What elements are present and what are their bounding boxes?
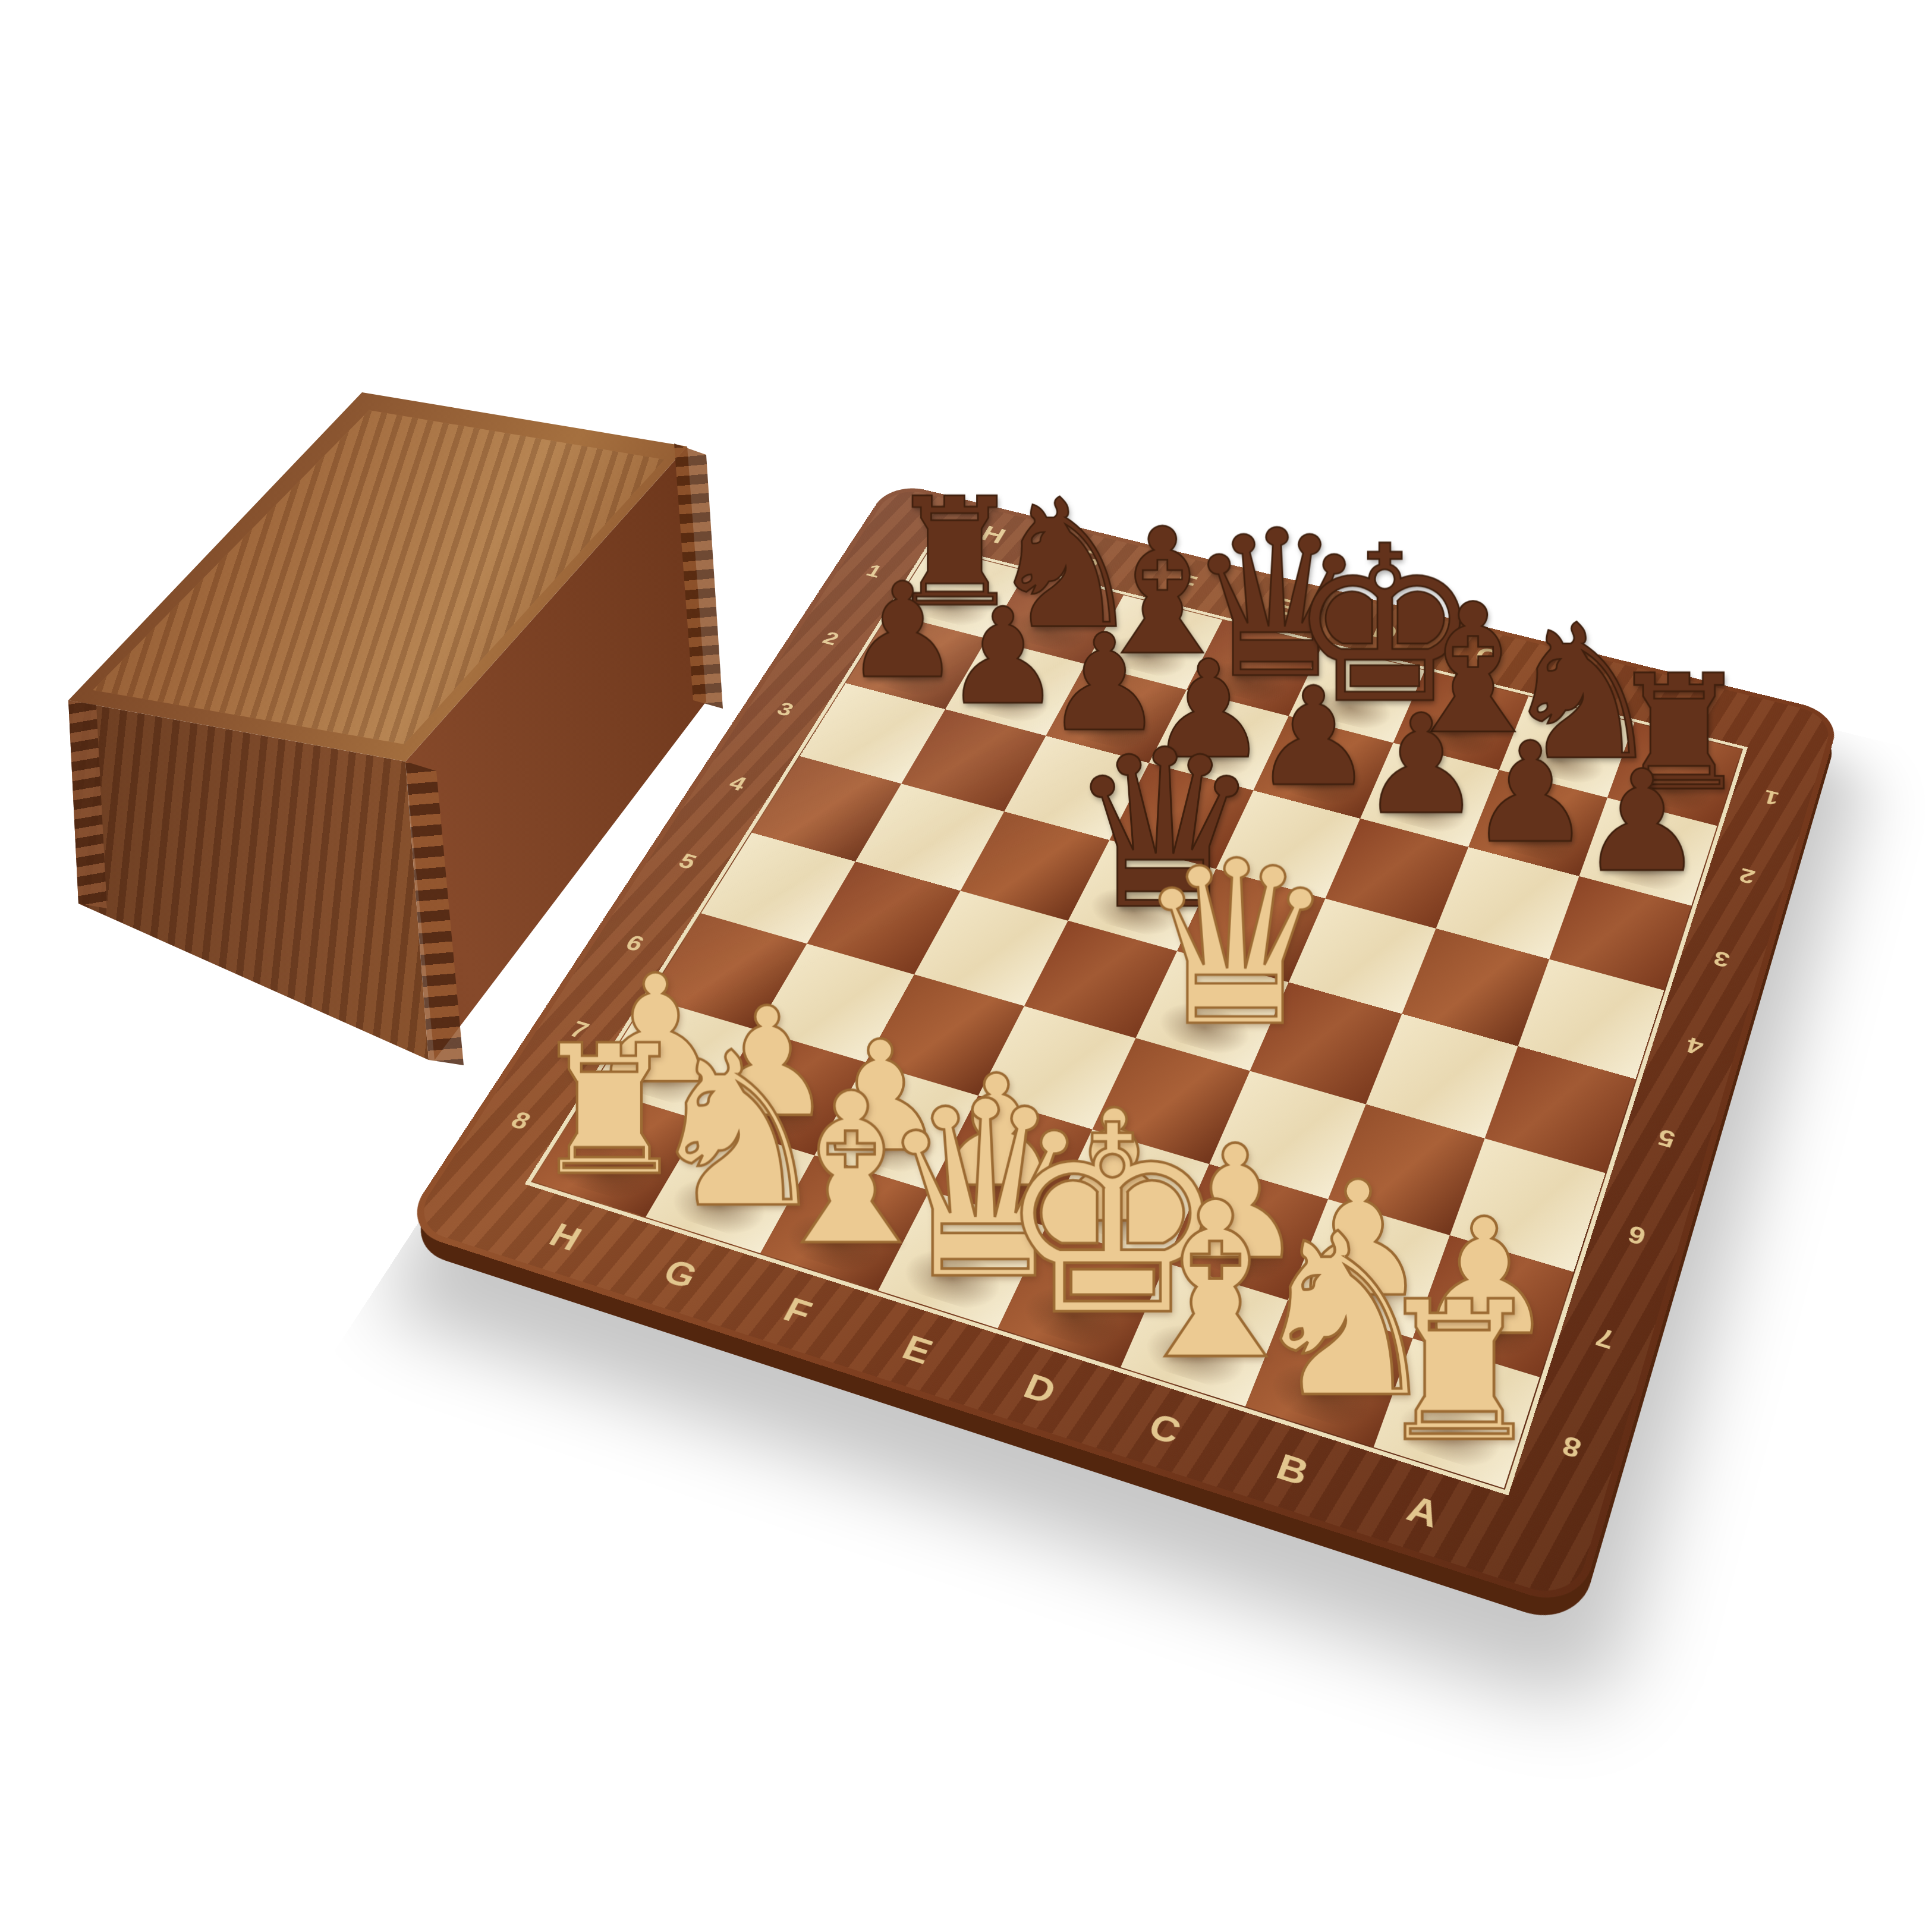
file-label-near-f: F bbox=[777, 1289, 819, 1333]
rank-label-left-1: 1 bbox=[863, 561, 886, 582]
rank-label-right-8: 8 bbox=[1559, 1429, 1585, 1465]
rank-label-left-3: 3 bbox=[773, 697, 798, 720]
file-label-far-f: F bbox=[1171, 568, 1201, 596]
rank-label-right-5: 5 bbox=[1655, 1123, 1679, 1153]
file-label-near-b: B bbox=[1271, 1445, 1314, 1494]
piece-shadow bbox=[1389, 1390, 1511, 1475]
file-label-far-c: C bbox=[1471, 641, 1504, 671]
rank-label-right-4: 4 bbox=[1684, 1032, 1706, 1061]
piece-shadow bbox=[776, 1202, 895, 1278]
file-label-far-e: E bbox=[1269, 592, 1301, 621]
rank-label-right-1: 1 bbox=[1761, 785, 1782, 810]
rank-label-right-7: 7 bbox=[1593, 1321, 1618, 1355]
piece-shadow bbox=[1482, 807, 1584, 867]
piece-shadow bbox=[1593, 835, 1695, 896]
piece-shadow bbox=[662, 1167, 779, 1242]
rank-label-left-5: 5 bbox=[674, 848, 701, 874]
file-label-far-b: B bbox=[1575, 667, 1608, 697]
piece-shadow bbox=[1182, 1212, 1298, 1288]
piece-shadow bbox=[1082, 879, 1188, 941]
file-label-near-c: C bbox=[1143, 1405, 1187, 1452]
piece-shadow bbox=[1428, 1285, 1546, 1364]
file-label-far-a: A bbox=[1681, 693, 1713, 723]
rank-label-left-8: 8 bbox=[505, 1106, 536, 1135]
file-label-near-e: E bbox=[896, 1327, 939, 1372]
file-label-far-d: D bbox=[1368, 616, 1402, 646]
chess-board-scene: HGFEDCBA HGFEDCBA 12345678 12345678 ♜♞♝♛… bbox=[618, 392, 1736, 1510]
file-label-far-h: H bbox=[976, 521, 1011, 548]
rank-label-left-7: 7 bbox=[565, 1015, 594, 1044]
rank-label-right-2: 2 bbox=[1736, 863, 1758, 889]
file-label-far-g: G bbox=[1071, 544, 1107, 572]
rank-label-right-6: 6 bbox=[1625, 1219, 1649, 1251]
piece-shadow bbox=[1261, 1351, 1382, 1434]
rank-label-right-3: 3 bbox=[1711, 946, 1733, 973]
rank-label-left-4: 4 bbox=[725, 771, 751, 795]
file-label-near-d: D bbox=[1018, 1365, 1062, 1412]
file-label-near-a: A bbox=[1402, 1486, 1445, 1536]
rank-label-left-6: 6 bbox=[621, 930, 649, 956]
page: { "game": "chess", "scene": { "type": "o… bbox=[0, 0, 1932, 1932]
file-label-near-h: H bbox=[543, 1215, 589, 1258]
file-label-near-g: G bbox=[657, 1251, 704, 1296]
rank-label-left-2: 2 bbox=[819, 627, 844, 649]
